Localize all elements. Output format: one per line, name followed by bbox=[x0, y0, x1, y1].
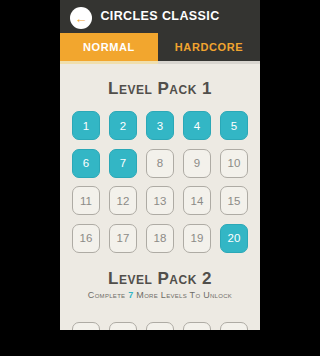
header-bar: ← CIRCLES CLASSIC bbox=[60, 0, 260, 33]
level-button-8: 8 bbox=[146, 149, 174, 178]
level-button-pack2-hidden bbox=[72, 322, 100, 330]
level-button-pack2-hidden bbox=[109, 322, 137, 330]
page-title: CIRCLES CLASSIC bbox=[100, 0, 219, 33]
level-button-13: 13 bbox=[146, 186, 174, 215]
tab-hardcore[interactable]: HARDCORE bbox=[158, 33, 260, 61]
unlock-text-suffix: More Levels To Unlock bbox=[134, 290, 233, 300]
level-button-7[interactable]: 7 bbox=[109, 149, 137, 178]
level-button-2[interactable]: 2 bbox=[109, 111, 137, 140]
pack2-grid-partial bbox=[72, 322, 248, 330]
unlock-text-prefix: Complete bbox=[88, 290, 128, 300]
level-button-14: 14 bbox=[183, 186, 211, 215]
level-select-content: Level Pack 1 123456789101112131415161718… bbox=[60, 64, 260, 330]
level-button-1[interactable]: 1 bbox=[72, 111, 100, 140]
pack2-unlock-message: Complete 7 More Levels To Unlock bbox=[60, 290, 260, 300]
level-button-3[interactable]: 3 bbox=[146, 111, 174, 140]
level-button-pack2-hidden bbox=[183, 322, 211, 330]
back-button[interactable]: ← bbox=[70, 7, 92, 29]
app-screen: ← CIRCLES CLASSIC NORMAL HARDCORE Level … bbox=[60, 0, 260, 356]
arrow-left-icon: ← bbox=[75, 12, 88, 25]
pack1-grid: 1234567891011121314151617181920 bbox=[72, 111, 248, 253]
level-button-pack2-hidden bbox=[146, 322, 174, 330]
level-button-12: 12 bbox=[109, 186, 137, 215]
level-button-16: 16 bbox=[72, 224, 100, 253]
level-button-18: 18 bbox=[146, 224, 174, 253]
level-button-4[interactable]: 4 bbox=[183, 111, 211, 140]
level-button-10: 10 bbox=[220, 149, 248, 178]
level-button-15: 15 bbox=[220, 186, 248, 215]
level-button-9: 9 bbox=[183, 149, 211, 178]
pack1-title: Level Pack 1 bbox=[60, 79, 260, 99]
level-button-17: 17 bbox=[109, 224, 137, 253]
level-button-11: 11 bbox=[72, 186, 100, 215]
level-button-pack2-hidden bbox=[220, 322, 248, 330]
mode-tabs: NORMAL HARDCORE bbox=[60, 33, 260, 61]
level-button-20[interactable]: 20 bbox=[220, 224, 248, 253]
level-button-19: 19 bbox=[183, 224, 211, 253]
pack2-title: Level Pack 2 bbox=[60, 269, 260, 289]
level-button-6[interactable]: 6 bbox=[72, 149, 100, 178]
level-button-5[interactable]: 5 bbox=[220, 111, 248, 140]
tab-normal[interactable]: NORMAL bbox=[60, 33, 158, 61]
